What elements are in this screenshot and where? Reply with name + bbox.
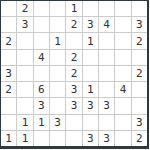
cell-r7c2[interactable]	[17, 98, 32, 113]
cell-r9c3[interactable]	[34, 131, 49, 146]
cell-r9c8[interactable]	[115, 131, 130, 146]
cell-r4c6[interactable]	[83, 50, 98, 65]
clue-cell-r6c1: 2	[1, 82, 16, 97]
clue-cell-r7c6: 3	[83, 98, 98, 113]
clue-cell-r9c7: 3	[99, 131, 114, 146]
clue-cell-r2c6: 3	[83, 17, 98, 32]
cell-r3c3[interactable]	[34, 33, 49, 48]
clue-cell-r9c9: 2	[132, 131, 147, 146]
cell-r8c8[interactable]	[115, 115, 130, 130]
clue-cell-r4c3: 4	[34, 50, 49, 65]
cell-r4c9[interactable]	[132, 50, 147, 65]
clue-cell-r9c1: 1	[1, 131, 16, 146]
cell-r6c9[interactable]	[132, 82, 147, 97]
clue-cell-r3c6: 1	[83, 33, 98, 48]
cell-r6c2[interactable]	[17, 82, 32, 97]
cell-r6c4[interactable]	[50, 82, 65, 97]
clue-cell-r7c5: 3	[66, 98, 81, 113]
clue-cell-r6c3: 6	[34, 82, 49, 97]
cell-r4c8[interactable]	[115, 50, 130, 65]
cell-r1c6[interactable]	[83, 1, 98, 16]
clue-cell-r5c5: 2	[66, 66, 81, 81]
cell-r9c5[interactable]	[66, 131, 81, 146]
cell-r1c4[interactable]	[50, 1, 65, 16]
cell-r8c5[interactable]	[66, 115, 81, 130]
clue-cell-r4c5: 2	[66, 50, 81, 65]
cell-r1c9[interactable]	[132, 1, 147, 16]
cell-r5c7[interactable]	[99, 66, 114, 81]
clue-cell-r9c2: 1	[17, 131, 32, 146]
cell-r2c4[interactable]	[50, 17, 65, 32]
clue-cell-r3c4: 1	[50, 33, 65, 48]
cell-r8c6[interactable]	[83, 115, 98, 130]
clue-cell-r1c5: 1	[66, 1, 81, 16]
cell-r8c1[interactable]	[1, 115, 16, 130]
clue-cell-r6c6: 1	[83, 82, 98, 97]
cell-r7c1[interactable]	[1, 98, 16, 113]
cell-r1c7[interactable]	[99, 1, 114, 16]
cell-r6c7[interactable]	[99, 82, 114, 97]
cell-r5c4[interactable]	[50, 66, 65, 81]
cell-r4c2[interactable]	[17, 50, 32, 65]
clue-cell-r7c7: 3	[99, 98, 114, 113]
cell-r1c1[interactable]	[1, 1, 16, 16]
clue-cell-r3c1: 2	[1, 33, 16, 48]
clue-cell-r8c2: 1	[17, 115, 32, 130]
cell-r4c1[interactable]	[1, 50, 16, 65]
cell-r3c2[interactable]	[17, 33, 32, 48]
clue-cell-r9c6: 3	[83, 131, 98, 146]
clue-cell-r3c9: 2	[132, 33, 147, 48]
cell-r4c7[interactable]	[99, 50, 114, 65]
cell-r7c4[interactable]	[50, 98, 65, 113]
clue-cell-r8c3: 1	[34, 115, 49, 130]
cell-r3c5[interactable]	[66, 33, 81, 48]
cell-r1c8[interactable]	[115, 1, 130, 16]
clue-cell-r6c8: 4	[115, 82, 130, 97]
clue-cell-r2c9: 3	[132, 17, 147, 32]
cell-r8c7[interactable]	[99, 115, 114, 130]
clue-cell-r1c2: 2	[17, 1, 32, 16]
cell-r7c8[interactable]	[115, 98, 130, 113]
cell-r9c4[interactable]	[50, 131, 65, 146]
cell-r5c6[interactable]	[83, 66, 98, 81]
cell-r3c8[interactable]	[115, 33, 130, 48]
cell-r5c2[interactable]	[17, 66, 32, 81]
clue-cell-r6c5: 3	[66, 82, 81, 97]
clue-cell-r2c2: 3	[17, 17, 32, 32]
clue-cell-r8c9: 3	[132, 115, 147, 130]
minesweeper-board: 2132343211242322263143333113311332	[0, 0, 149, 149]
cell-r2c3[interactable]	[34, 17, 49, 32]
cell-r7c9[interactable]	[132, 98, 147, 113]
clue-cell-r2c7: 4	[99, 17, 114, 32]
clue-cell-r8c4: 3	[50, 115, 65, 130]
clue-cell-r2c5: 2	[66, 17, 81, 32]
cell-r3c7[interactable]	[99, 33, 114, 48]
clue-cell-r7c3: 3	[34, 98, 49, 113]
cell-r1c3[interactable]	[34, 1, 49, 16]
cell-r4c4[interactable]	[50, 50, 65, 65]
clue-cell-r5c1: 3	[1, 66, 16, 81]
clue-cell-r5c9: 2	[132, 66, 147, 81]
cell-r5c8[interactable]	[115, 66, 130, 81]
cell-r2c1[interactable]	[1, 17, 16, 32]
cell-r5c3[interactable]	[34, 66, 49, 81]
cell-r2c8[interactable]	[115, 17, 130, 32]
